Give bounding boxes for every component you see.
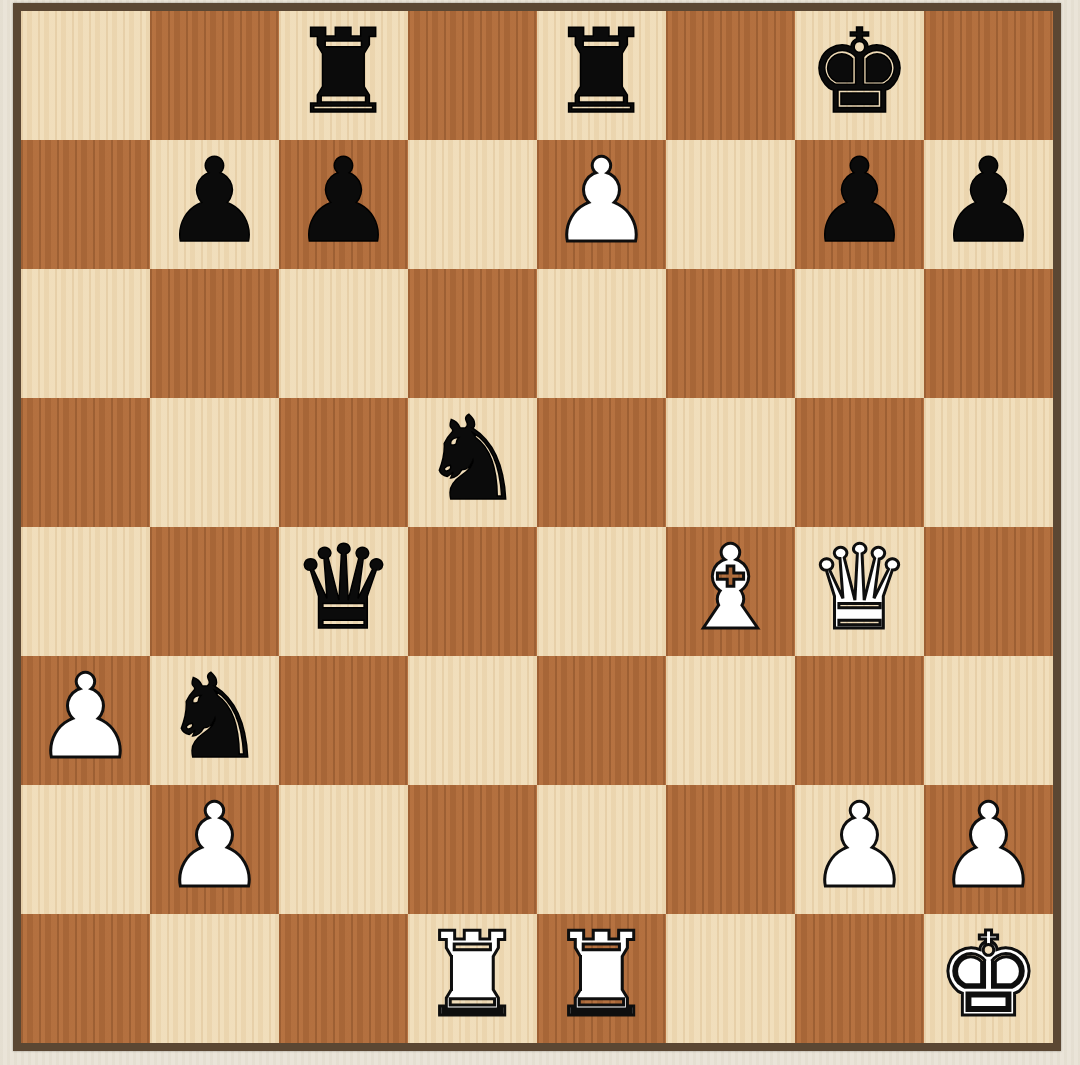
square-d5[interactable]: ♞ [408, 398, 537, 527]
square-h2[interactable]: ♟ [924, 785, 1053, 914]
square-e7[interactable]: ♟ [537, 140, 666, 269]
white-pawn-e7[interactable]: ♟ [550, 143, 654, 259]
square-g7[interactable]: ♟ [795, 140, 924, 269]
square-a2[interactable] [21, 785, 150, 914]
white-pawn-a3[interactable]: ♟ [34, 659, 138, 775]
black-knight-d5[interactable]: ♞ [421, 401, 525, 517]
square-f1[interactable] [666, 914, 795, 1043]
square-f6[interactable] [666, 269, 795, 398]
square-c3[interactable] [279, 656, 408, 785]
black-pawn-g7[interactable]: ♟ [808, 143, 912, 259]
square-f8[interactable] [666, 11, 795, 140]
square-e2[interactable] [537, 785, 666, 914]
square-b2[interactable]: ♟ [150, 785, 279, 914]
chessboard-frame: ♜♜♚♟♟♟♟♟♞♛♝♛♟♞♟♟♟♜♜♚ [13, 3, 1061, 1051]
square-c7[interactable]: ♟ [279, 140, 408, 269]
square-e3[interactable] [537, 656, 666, 785]
black-pawn-c7[interactable]: ♟ [292, 143, 396, 259]
square-d7[interactable] [408, 140, 537, 269]
square-c1[interactable] [279, 914, 408, 1043]
square-b4[interactable] [150, 527, 279, 656]
square-a5[interactable] [21, 398, 150, 527]
square-d6[interactable] [408, 269, 537, 398]
square-g1[interactable] [795, 914, 924, 1043]
square-e5[interactable] [537, 398, 666, 527]
square-b8[interactable] [150, 11, 279, 140]
square-h8[interactable] [924, 11, 1053, 140]
square-h4[interactable] [924, 527, 1053, 656]
square-a1[interactable] [21, 914, 150, 1043]
square-g2[interactable]: ♟ [795, 785, 924, 914]
white-rook-e1[interactable]: ♜ [550, 917, 654, 1033]
square-c4[interactable]: ♛ [279, 527, 408, 656]
square-b1[interactable] [150, 914, 279, 1043]
square-h3[interactable] [924, 656, 1053, 785]
white-pawn-h2[interactable]: ♟ [937, 788, 1041, 904]
square-h5[interactable] [924, 398, 1053, 527]
white-king-h1[interactable]: ♚ [937, 917, 1041, 1033]
square-d2[interactable] [408, 785, 537, 914]
square-a6[interactable] [21, 269, 150, 398]
square-g8[interactable]: ♚ [795, 11, 924, 140]
square-e4[interactable] [537, 527, 666, 656]
square-d4[interactable] [408, 527, 537, 656]
square-c6[interactable] [279, 269, 408, 398]
square-a7[interactable] [21, 140, 150, 269]
square-f7[interactable] [666, 140, 795, 269]
square-f4[interactable]: ♝ [666, 527, 795, 656]
square-f2[interactable] [666, 785, 795, 914]
square-b7[interactable]: ♟ [150, 140, 279, 269]
white-rook-d1[interactable]: ♜ [421, 917, 525, 1033]
square-e1[interactable]: ♜ [537, 914, 666, 1043]
square-h7[interactable]: ♟ [924, 140, 1053, 269]
square-b3[interactable]: ♞ [150, 656, 279, 785]
white-pawn-g2[interactable]: ♟ [808, 788, 912, 904]
square-c8[interactable]: ♜ [279, 11, 408, 140]
square-e6[interactable] [537, 269, 666, 398]
black-pawn-b7[interactable]: ♟ [163, 143, 267, 259]
square-f5[interactable] [666, 398, 795, 527]
square-a4[interactable] [21, 527, 150, 656]
square-d3[interactable] [408, 656, 537, 785]
square-b5[interactable] [150, 398, 279, 527]
square-d1[interactable]: ♜ [408, 914, 537, 1043]
black-rook-c8[interactable]: ♜ [292, 14, 396, 130]
black-pawn-h7[interactable]: ♟ [937, 143, 1041, 259]
square-f3[interactable] [666, 656, 795, 785]
white-pawn-b2[interactable]: ♟ [163, 788, 267, 904]
square-h6[interactable] [924, 269, 1053, 398]
square-h1[interactable]: ♚ [924, 914, 1053, 1043]
square-c5[interactable] [279, 398, 408, 527]
black-king-g8[interactable]: ♚ [808, 14, 912, 130]
square-a3[interactable]: ♟ [21, 656, 150, 785]
black-knight-b3[interactable]: ♞ [163, 659, 267, 775]
black-rook-e8[interactable]: ♜ [550, 14, 654, 130]
square-g6[interactable] [795, 269, 924, 398]
square-b6[interactable] [150, 269, 279, 398]
square-c2[interactable] [279, 785, 408, 914]
square-a8[interactable] [21, 11, 150, 140]
white-bishop-f4[interactable]: ♝ [679, 530, 783, 646]
square-g5[interactable] [795, 398, 924, 527]
square-g4[interactable]: ♛ [795, 527, 924, 656]
square-g3[interactable] [795, 656, 924, 785]
square-d8[interactable] [408, 11, 537, 140]
black-queen-c4[interactable]: ♛ [292, 530, 396, 646]
white-queen-g4[interactable]: ♛ [808, 530, 912, 646]
chessboard: ♜♜♚♟♟♟♟♟♞♛♝♛♟♞♟♟♟♜♜♚ [21, 11, 1053, 1043]
square-e8[interactable]: ♜ [537, 11, 666, 140]
